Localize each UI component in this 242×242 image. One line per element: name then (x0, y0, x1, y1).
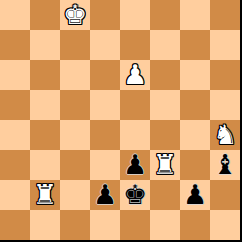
square-f7[interactable] (150, 30, 180, 60)
square-f2[interactable] (150, 180, 180, 210)
square-c8[interactable]: ♚ (60, 0, 90, 30)
white-rook-piece[interactable]: ♜ (33, 181, 57, 208)
square-d2[interactable]: ♟ (90, 180, 120, 210)
square-d3[interactable] (90, 150, 120, 180)
square-e4[interactable] (120, 120, 150, 150)
square-c2[interactable] (60, 180, 90, 210)
square-c1[interactable] (60, 210, 90, 240)
square-b7[interactable] (30, 30, 60, 60)
square-h4[interactable]: ♞ (210, 120, 240, 150)
square-f8[interactable] (150, 0, 180, 30)
square-b8[interactable] (30, 0, 60, 30)
square-h8[interactable] (210, 0, 240, 30)
square-e8[interactable] (120, 0, 150, 30)
square-g8[interactable] (180, 0, 210, 30)
square-b4[interactable] (30, 120, 60, 150)
square-h6[interactable] (210, 60, 240, 90)
square-g2[interactable]: ♟ (180, 180, 210, 210)
square-a3[interactable] (0, 150, 30, 180)
square-g5[interactable] (180, 90, 210, 120)
square-h1[interactable] (210, 210, 240, 240)
white-pawn-piece[interactable]: ♟ (123, 61, 147, 88)
square-c5[interactable] (60, 90, 90, 120)
black-king-piece[interactable]: ♚ (123, 181, 147, 208)
square-f3[interactable]: ♜ (150, 150, 180, 180)
square-d4[interactable] (90, 120, 120, 150)
square-f4[interactable] (150, 120, 180, 150)
black-pawn-piece[interactable]: ♟ (93, 181, 117, 208)
white-knight-piece[interactable]: ♞ (213, 121, 237, 148)
square-h5[interactable] (210, 90, 240, 120)
square-g1[interactable] (180, 210, 210, 240)
square-c4[interactable] (60, 120, 90, 150)
square-c7[interactable] (60, 30, 90, 60)
square-f5[interactable] (150, 90, 180, 120)
square-c3[interactable] (60, 150, 90, 180)
white-rook-piece[interactable]: ♜ (153, 151, 177, 178)
square-b6[interactable] (30, 60, 60, 90)
square-a8[interactable] (0, 0, 30, 30)
square-h7[interactable] (210, 30, 240, 60)
square-g6[interactable] (180, 60, 210, 90)
square-h3[interactable]: ♝ (210, 150, 240, 180)
square-a1[interactable] (0, 210, 30, 240)
square-e7[interactable] (120, 30, 150, 60)
square-e1[interactable] (120, 210, 150, 240)
square-b5[interactable] (30, 90, 60, 120)
square-b3[interactable] (30, 150, 60, 180)
square-d5[interactable] (90, 90, 120, 120)
square-f1[interactable] (150, 210, 180, 240)
square-d8[interactable] (90, 0, 120, 30)
square-h2[interactable] (210, 180, 240, 210)
screenshot-canvas: ♚♟♞♟♜♝♜♟♚♟ (0, 0, 242, 242)
square-a7[interactable] (0, 30, 30, 60)
square-c6[interactable] (60, 60, 90, 90)
square-d1[interactable] (90, 210, 120, 240)
black-pawn-piece[interactable]: ♟ (123, 151, 147, 178)
square-g4[interactable] (180, 120, 210, 150)
square-a6[interactable] (0, 60, 30, 90)
black-pawn-piece[interactable]: ♟ (183, 181, 207, 208)
square-e2[interactable]: ♚ (120, 180, 150, 210)
square-g7[interactable] (180, 30, 210, 60)
chessboard: ♚♟♞♟♜♝♜♟♚♟ (0, 0, 240, 240)
square-e5[interactable] (120, 90, 150, 120)
black-bishop-piece[interactable]: ♝ (213, 151, 237, 178)
white-king-piece[interactable]: ♚ (63, 1, 87, 28)
square-e3[interactable]: ♟ (120, 150, 150, 180)
square-b1[interactable] (30, 210, 60, 240)
square-a2[interactable] (0, 180, 30, 210)
square-e6[interactable]: ♟ (120, 60, 150, 90)
square-f6[interactable] (150, 60, 180, 90)
square-b2[interactable]: ♜ (30, 180, 60, 210)
square-d7[interactable] (90, 30, 120, 60)
square-a4[interactable] (0, 120, 30, 150)
square-g3[interactable] (180, 150, 210, 180)
square-d6[interactable] (90, 60, 120, 90)
square-a5[interactable] (0, 90, 30, 120)
